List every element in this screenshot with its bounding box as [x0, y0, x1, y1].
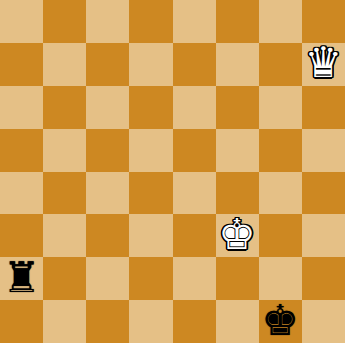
square-g8[interactable]	[259, 0, 302, 43]
square-f1[interactable]	[216, 300, 259, 343]
square-c6[interactable]	[86, 86, 129, 129]
square-h7[interactable]: ♛	[302, 43, 345, 86]
square-f7[interactable]	[216, 43, 259, 86]
square-a7[interactable]	[0, 43, 43, 86]
square-a5[interactable]	[0, 129, 43, 172]
black-king[interactable]: ♚	[261, 300, 299, 342]
square-b1[interactable]	[43, 300, 86, 343]
square-c4[interactable]	[86, 172, 129, 215]
square-d6[interactable]	[129, 86, 172, 129]
square-b4[interactable]	[43, 172, 86, 215]
square-a1[interactable]	[0, 300, 43, 343]
square-c5[interactable]	[86, 129, 129, 172]
square-g7[interactable]	[259, 43, 302, 86]
square-b2[interactable]	[43, 257, 86, 300]
square-b6[interactable]	[43, 86, 86, 129]
square-b5[interactable]	[43, 129, 86, 172]
square-e3[interactable]	[173, 214, 216, 257]
square-f5[interactable]	[216, 129, 259, 172]
square-e6[interactable]	[173, 86, 216, 129]
square-d4[interactable]	[129, 172, 172, 215]
square-c7[interactable]	[86, 43, 129, 86]
square-e2[interactable]	[173, 257, 216, 300]
white-queen[interactable]: ♛	[305, 42, 343, 84]
black-rook[interactable]: ♜	[3, 257, 41, 299]
square-a4[interactable]	[0, 172, 43, 215]
square-c2[interactable]	[86, 257, 129, 300]
square-f2[interactable]	[216, 257, 259, 300]
square-g5[interactable]	[259, 129, 302, 172]
square-c8[interactable]	[86, 0, 129, 43]
square-c1[interactable]	[86, 300, 129, 343]
square-f3[interactable]: ♚	[216, 214, 259, 257]
square-h3[interactable]	[302, 214, 345, 257]
square-h1[interactable]	[302, 300, 345, 343]
square-d2[interactable]	[129, 257, 172, 300]
chess-board: ♛♚♜♚	[0, 0, 345, 343]
square-h4[interactable]	[302, 172, 345, 215]
square-f4[interactable]	[216, 172, 259, 215]
square-b7[interactable]	[43, 43, 86, 86]
square-c3[interactable]	[86, 214, 129, 257]
square-a6[interactable]	[0, 86, 43, 129]
square-e7[interactable]	[173, 43, 216, 86]
square-d3[interactable]	[129, 214, 172, 257]
square-f8[interactable]	[216, 0, 259, 43]
square-d5[interactable]	[129, 129, 172, 172]
square-d7[interactable]	[129, 43, 172, 86]
square-a3[interactable]	[0, 214, 43, 257]
square-e4[interactable]	[173, 172, 216, 215]
square-e1[interactable]	[173, 300, 216, 343]
square-f6[interactable]	[216, 86, 259, 129]
square-g2[interactable]	[259, 257, 302, 300]
square-h5[interactable]	[302, 129, 345, 172]
square-g3[interactable]	[259, 214, 302, 257]
square-d1[interactable]	[129, 300, 172, 343]
square-g6[interactable]	[259, 86, 302, 129]
square-h8[interactable]	[302, 0, 345, 43]
white-king[interactable]: ♚	[218, 214, 256, 256]
square-d8[interactable]	[129, 0, 172, 43]
square-h2[interactable]	[302, 257, 345, 300]
square-b8[interactable]	[43, 0, 86, 43]
square-g4[interactable]	[259, 172, 302, 215]
square-g1[interactable]: ♚	[259, 300, 302, 343]
square-e8[interactable]	[173, 0, 216, 43]
square-h6[interactable]	[302, 86, 345, 129]
square-b3[interactable]	[43, 214, 86, 257]
square-e5[interactable]	[173, 129, 216, 172]
square-a8[interactable]	[0, 0, 43, 43]
square-a2[interactable]: ♜	[0, 257, 43, 300]
